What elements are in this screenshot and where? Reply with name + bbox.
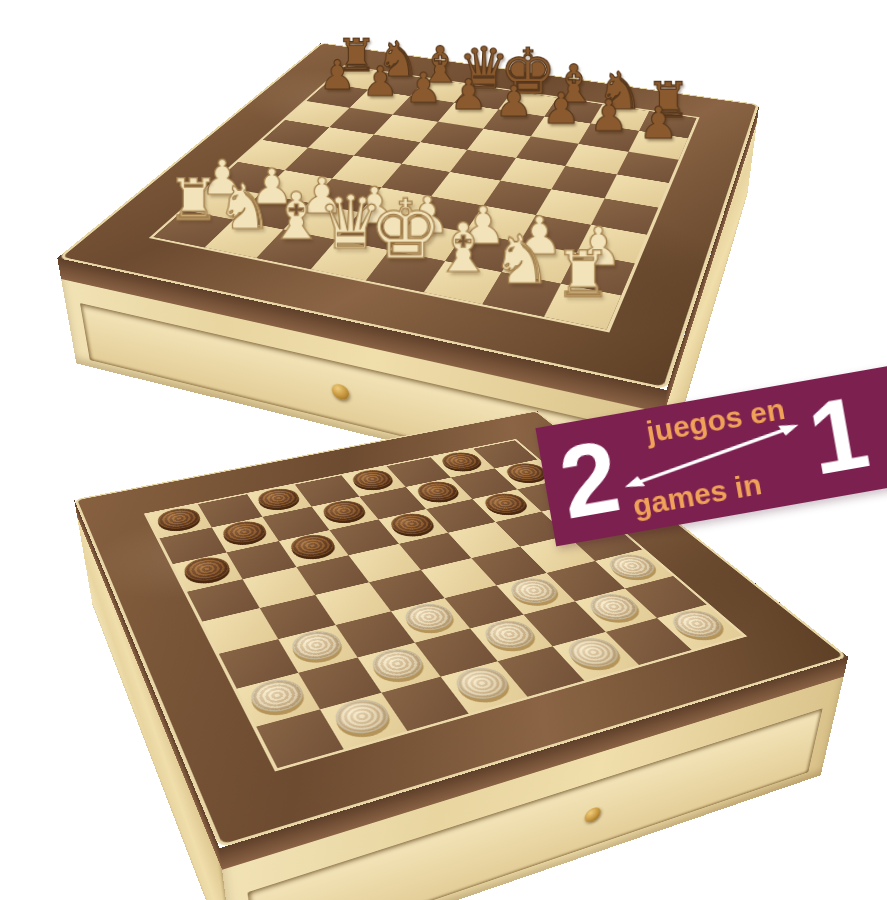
chess-square <box>263 120 330 148</box>
checkers-board-scene <box>131 280 711 860</box>
chess-piece-light-rook: ♜ <box>168 170 220 228</box>
drawer-knob-icon <box>584 805 601 824</box>
badge-number-2: 2 <box>552 422 623 538</box>
checkers-square <box>471 547 546 586</box>
chess-piece-dark-pawn: ♟ <box>590 94 629 137</box>
checker-light-man <box>603 553 664 584</box>
chess-piece-dark-pawn: ♟ <box>450 73 488 115</box>
chess-piece-dark-pawn: ♟ <box>319 55 355 95</box>
checker-light-man <box>329 698 398 742</box>
chess-square <box>617 152 679 183</box>
chess-piece-dark-pawn: ♟ <box>542 87 581 130</box>
chess-piece-light-bishop: ♝ <box>433 214 494 282</box>
chess-piece-light-knight: ♞ <box>216 175 272 238</box>
chess-piece-light-king: ♚ <box>369 188 442 270</box>
chess-piece-dark-pawn: ♟ <box>495 80 533 122</box>
chess-piece-dark-pawn: ♟ <box>405 67 442 108</box>
chess-piece-dark-pawn: ♟ <box>639 101 678 145</box>
checker-dark-man <box>319 500 372 526</box>
chess-piece-dark-pawn: ♟ <box>362 61 399 102</box>
